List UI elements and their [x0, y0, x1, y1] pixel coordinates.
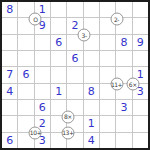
cell-r4c1[interactable] [2, 51, 17, 66]
cell-r6c5[interactable] [67, 84, 82, 99]
cell-r8c9[interactable] [133, 116, 148, 131]
cell-r9c8[interactable] [116, 133, 131, 148]
cell-r6c6: 8 [84, 84, 99, 99]
cell-r7c3: 6 [35, 100, 50, 115]
cell-r1c9[interactable] [133, 2, 148, 17]
clue-circle-3-r2c5: 3- [78, 29, 91, 42]
cell-r3c4: 6 [51, 35, 66, 50]
cell-r5c2: 6 [18, 67, 33, 82]
clue-circle-8-r7c4: 8× [61, 110, 74, 123]
cell-r8c7[interactable] [100, 116, 115, 131]
cell-r4c7[interactable] [100, 51, 115, 66]
cell-r4c2[interactable] [18, 51, 33, 66]
clue-circle-2-r1c7: 2- [110, 13, 123, 26]
cell-r4c5: 6 [67, 51, 82, 66]
cell-r8c1[interactable] [2, 116, 17, 131]
cell-r6c4: 1 [51, 84, 66, 99]
cell-r3c7[interactable] [100, 35, 115, 50]
cell-r1c1: 8 [2, 2, 17, 17]
cell-r7c6[interactable] [84, 100, 99, 115]
cell-r7c1[interactable] [2, 100, 17, 115]
cell-r4c8[interactable] [116, 51, 131, 66]
cell-r3c8: 8 [116, 35, 131, 50]
cell-r7c2[interactable] [18, 100, 33, 115]
cell-r3c1[interactable] [2, 35, 17, 50]
clue-circle-6-r5c8: 6× [126, 78, 139, 91]
cell-r4c6[interactable] [84, 51, 99, 66]
cell-r7c8: 3 [116, 100, 131, 115]
cell-r4c3[interactable] [35, 51, 50, 66]
cell-r2c1[interactable] [2, 18, 17, 33]
clue-circle-11-r5c7: 11+ [110, 78, 123, 91]
cell-r5c3[interactable] [35, 67, 50, 82]
cell-r1c6[interactable] [84, 2, 99, 17]
clue-circle-13-r8c4: 13+ [61, 126, 74, 139]
cell-r1c5[interactable] [67, 2, 82, 17]
cell-r3c9: 9 [133, 35, 148, 50]
cell-r2c9[interactable] [133, 18, 148, 33]
cell-r6c1: 4 [2, 84, 17, 99]
cell-r9c9[interactable] [133, 133, 148, 148]
cell-r3c3[interactable] [35, 35, 50, 50]
clue-circle-O-r1c2: O [29, 13, 42, 26]
cell-r9c7[interactable] [100, 133, 115, 148]
cell-r9c6: 4 [84, 133, 99, 148]
cell-r1c4[interactable] [51, 2, 66, 17]
cell-r2c4[interactable] [51, 18, 66, 33]
cell-r5c4[interactable] [51, 67, 66, 82]
cell-r8c6: 1 [84, 116, 99, 131]
cell-r7c7[interactable] [100, 100, 115, 115]
cell-r5c6[interactable] [84, 67, 99, 82]
cell-r5c5[interactable] [67, 67, 82, 82]
mathrax-puzzle: 8192689676141836321634O2-3-11+6×8×10+13+ [0, 0, 150, 150]
cell-r7c9[interactable] [133, 100, 148, 115]
cell-r4c9[interactable] [133, 51, 148, 66]
cell-r6c3[interactable] [35, 84, 50, 99]
cell-r9c1: 6 [2, 133, 17, 148]
cell-r4c4[interactable] [51, 51, 66, 66]
cell-r8c8[interactable] [116, 116, 131, 131]
cell-r5c1: 7 [2, 67, 17, 82]
cell-r6c2[interactable] [18, 84, 33, 99]
clue-circle-10-r8c2: 10+ [29, 126, 42, 139]
cell-r3c2[interactable] [18, 35, 33, 50]
mathrax-board: 8192689676141836321634O2-3-11+6×8×10+13+ [0, 0, 150, 150]
